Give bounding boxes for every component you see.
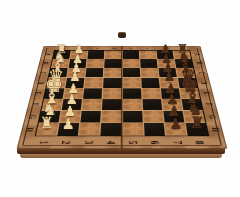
label-rank-4: 4: [100, 136, 121, 150]
square-g4[interactable]: [102, 111, 122, 123]
square-b4[interactable]: [105, 59, 122, 68]
square-c5[interactable]: [122, 68, 139, 77]
square-d7[interactable]: [159, 78, 178, 88]
square-b6[interactable]: [140, 59, 157, 68]
label-rank-2: 2: [55, 136, 78, 150]
square-h3[interactable]: [79, 123, 100, 136]
square-b2[interactable]: [69, 59, 87, 68]
label-file-e: E: [27, 90, 49, 97]
square-f6[interactable]: [142, 99, 162, 110]
square-c6[interactable]: [140, 68, 158, 77]
square-e6[interactable]: [142, 88, 161, 98]
label-file-f: F: [23, 101, 46, 108]
label-rank-2: 2: [75, 44, 85, 52]
square-f4[interactable]: [102, 99, 121, 110]
label-rank-1: 1: [32, 136, 55, 150]
square-d4[interactable]: [104, 78, 122, 88]
label-rank-4: 4: [109, 44, 118, 52]
label-file-a: A: [187, 52, 207, 58]
label-file-f: F: [198, 101, 221, 108]
square-c4[interactable]: [104, 68, 121, 77]
label-file-e: E: [195, 90, 217, 97]
square-h7[interactable]: [164, 123, 186, 136]
square-c7[interactable]: [158, 68, 176, 77]
label-file-d: D: [29, 79, 50, 86]
label-file-d: D: [193, 79, 214, 86]
square-h6[interactable]: [144, 123, 165, 136]
label-rank-8: 8: [188, 136, 211, 150]
label-rank-6: 6: [145, 136, 167, 150]
label-rank-5: 5: [123, 136, 144, 150]
label-file-a: A: [37, 52, 57, 58]
label-rank-3: 3: [92, 44, 101, 52]
square-g6[interactable]: [143, 111, 164, 123]
label-file-c: C: [32, 70, 53, 76]
label-file-c: C: [191, 70, 212, 76]
label-rank-7: 7: [159, 44, 169, 52]
square-c2[interactable]: [67, 68, 85, 77]
square-d3[interactable]: [85, 78, 104, 88]
label-file-g: G: [20, 113, 44, 121]
label-file-h: H: [203, 125, 228, 134]
square-b3[interactable]: [87, 59, 104, 68]
square-d5[interactable]: [122, 78, 140, 88]
label-file-b: B: [189, 60, 209, 66]
label-rank-7: 7: [166, 136, 189, 150]
square-c3[interactable]: [86, 68, 104, 77]
square-f5[interactable]: [123, 99, 142, 110]
square-d2[interactable]: [66, 78, 85, 88]
square-h2[interactable]: [58, 123, 80, 136]
fold-seam: [121, 46, 123, 149]
square-h4[interactable]: [101, 123, 122, 136]
label-rank-3: 3: [78, 136, 100, 150]
board-photo: 12345678 12345678 ABCDEFGH ABCDEFGH ♜♟♟♜…: [0, 0, 240, 197]
square-e7[interactable]: [161, 88, 181, 98]
square-e5[interactable]: [122, 88, 141, 98]
square-f2[interactable]: [62, 99, 82, 110]
square-g5[interactable]: [123, 111, 143, 123]
label-file-b: B: [35, 60, 55, 66]
label-rank-6: 6: [143, 44, 152, 52]
square-e4[interactable]: [103, 88, 122, 98]
clasp-hinge: [118, 32, 126, 38]
square-f3[interactable]: [82, 99, 102, 110]
square-b5[interactable]: [122, 59, 139, 68]
square-g2[interactable]: [60, 111, 81, 123]
square-e2[interactable]: [64, 88, 84, 98]
square-f7[interactable]: [162, 99, 182, 110]
label-rank-1: 1: [58, 44, 68, 52]
label-file-g: G: [200, 113, 224, 121]
square-g3[interactable]: [81, 111, 102, 123]
board-bottom-edge: [20, 154, 222, 158]
label-rank-5: 5: [126, 44, 135, 52]
chess-board: 12345678 12345678 ABCDEFGH ABCDEFGH: [17, 46, 228, 149]
label-file-h: H: [16, 125, 41, 134]
square-e3[interactable]: [83, 88, 102, 98]
square-d6[interactable]: [141, 78, 160, 88]
square-b7[interactable]: [157, 59, 175, 68]
square-h5[interactable]: [123, 123, 144, 136]
square-g7[interactable]: [163, 111, 184, 123]
label-rank-8: 8: [176, 44, 186, 52]
